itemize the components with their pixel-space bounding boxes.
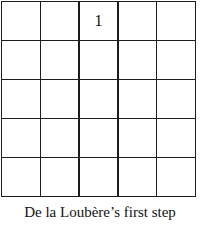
grid-cell-r4c2: [41, 119, 78, 157]
grid-cell-r1c4: [119, 2, 156, 40]
grid-cell-r1c2: [41, 2, 78, 40]
grid-cell-r5c2: [41, 158, 78, 196]
grid-cell-r1c3: 1: [80, 2, 117, 40]
grid-cell-r1c5: [157, 2, 194, 40]
grid-cell-r4c5: [157, 119, 194, 157]
grid-cell-r2c3: [80, 41, 117, 79]
grid-cell-r3c4: [119, 80, 156, 118]
grid-cell-r2c5: [157, 41, 194, 79]
grid-cell-r5c1: [2, 158, 39, 196]
grid-cell-r4c3: [80, 119, 117, 157]
grid-cell-r3c5: [157, 80, 194, 118]
grid-cell-r5c4: [119, 158, 156, 196]
grid-cell-r3c3: [80, 80, 117, 118]
grid-cell-r1c1: [2, 2, 39, 40]
magic-square-grid: 1: [1, 1, 196, 197]
grid-cell-r2c4: [119, 41, 156, 79]
grid-cell-r3c1: [2, 80, 39, 118]
grid-cell-r2c1: [2, 41, 39, 79]
grid-cell-r2c2: [41, 41, 78, 79]
grid-cell-r4c1: [2, 119, 39, 157]
diagram-caption: De la Loubère’s first step: [0, 200, 200, 224]
grid-cell-r4c4: [119, 119, 156, 157]
grid-cell-r5c5: [157, 158, 194, 196]
grid-cell-r3c2: [41, 80, 78, 118]
diagram: 1 De la Loubère’s first step: [0, 0, 200, 226]
grid-cell-r5c3: [80, 158, 117, 196]
